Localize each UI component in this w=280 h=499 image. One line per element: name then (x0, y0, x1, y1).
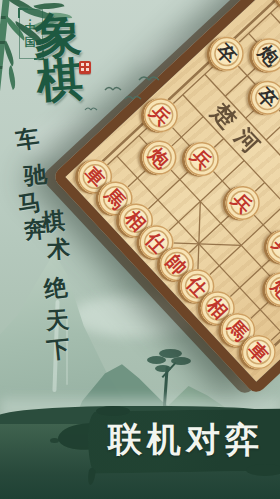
slogan-char: 术 (46, 237, 70, 261)
cta-brush-speck (50, 438, 59, 443)
bamboo-leaf (5, 65, 20, 90)
slogan-char: 马 (16, 190, 42, 216)
slogan-char: 驰 (23, 163, 48, 188)
slogan-char: 棋 (41, 209, 66, 234)
promo-screen: 楚河 車馬象士將士象馬車炮炮卒卒卒卒卒兵兵兵兵兵炮炮車馬相仕帥仕相馬車 中·国 … (0, 0, 280, 499)
title-seal (79, 61, 91, 74)
cta-brush-edge (96, 406, 130, 416)
slogan-char: 下 (46, 337, 71, 362)
tree-foliage (155, 365, 171, 372)
cta-label[interactable]: 联机对弈 (92, 420, 280, 458)
bird-icon (124, 93, 142, 101)
title-char-2: 棋 (35, 48, 85, 113)
slogan-char: 天 (45, 308, 70, 333)
bird-icon (84, 105, 98, 112)
bird-icon (104, 84, 122, 92)
cta-brush-edge (246, 464, 280, 476)
slogan-char: 绝 (43, 276, 69, 302)
tree-foliage (171, 357, 191, 365)
bird-icon (138, 73, 160, 82)
slogan-char: 车 (15, 127, 41, 153)
